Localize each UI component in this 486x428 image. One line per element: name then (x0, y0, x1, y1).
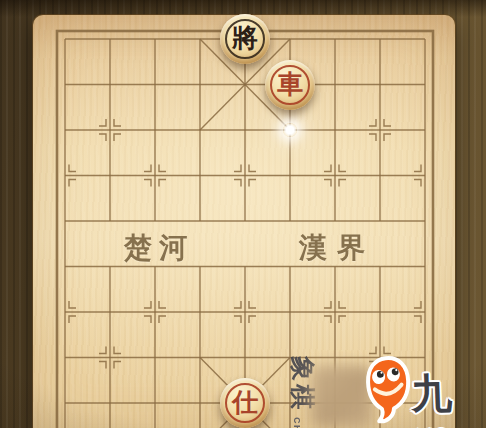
piece-glyph: 仕 (232, 390, 258, 416)
river-label-left: 楚河 (118, 232, 200, 264)
jiuyou-logo[interactable]: 九游 (360, 350, 486, 428)
xiangqi-screenshot: 楚河 漢界 象棋CHINESE CHESS 將車仕 九游 (0, 0, 486, 428)
river-label-right: 漢界 (294, 232, 380, 264)
piece-red-chariot[interactable]: 車 (265, 60, 315, 110)
piece-glyph: 車 (277, 72, 303, 98)
piece-glyph: 將 (232, 26, 258, 52)
highlight-dot (283, 123, 297, 137)
app-watermark-en: CHINESE CHESS (292, 417, 302, 428)
piece-black-general[interactable]: 將 (220, 14, 270, 64)
piece-red-advisor[interactable]: 仕 (220, 378, 270, 428)
jiuyou-logo-text[interactable]: 九游 (410, 365, 486, 428)
